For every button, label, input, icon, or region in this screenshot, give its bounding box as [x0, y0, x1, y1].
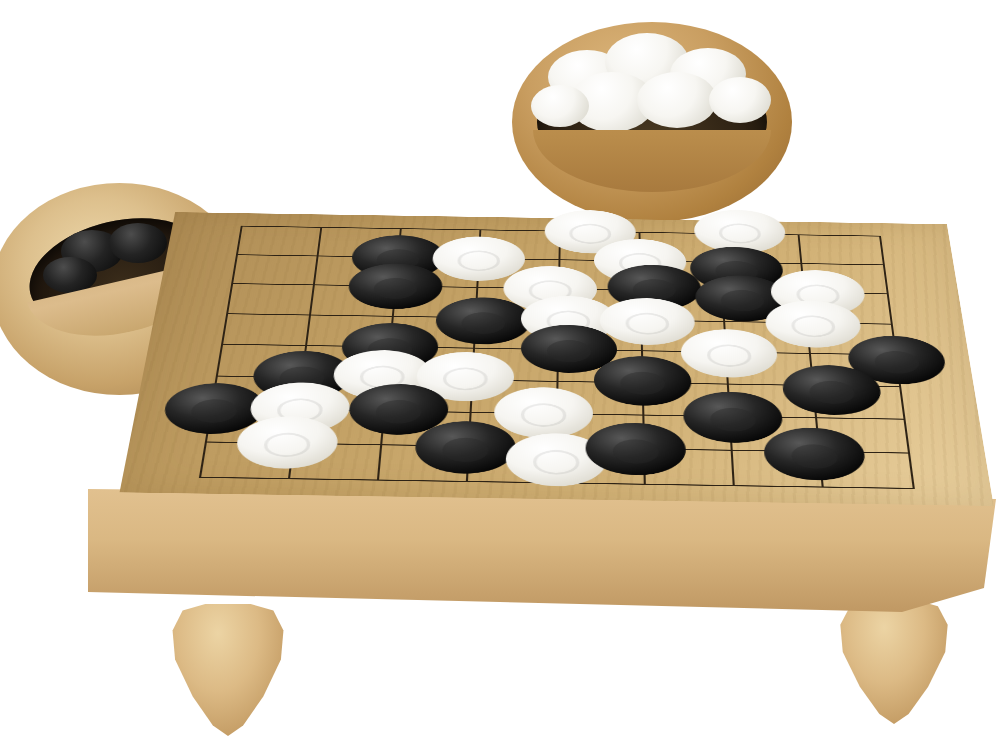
- grid-cell: [382, 412, 471, 447]
- grid-cell: [379, 445, 470, 481]
- grid-cell: [820, 452, 912, 488]
- white-stone[interactable]: ○: [247, 368, 352, 420]
- grid-cell: [814, 386, 904, 420]
- board-perspective-wrapper: ○○●○○●●○●●○●○○○●●○●●○○●●●○●○●○●○●●: [0, 0, 1000, 740]
- white-stone[interactable]: ○: [431, 222, 526, 267]
- grid-cell: [644, 383, 731, 417]
- board-surface: ○○●○○●●○●●○●○○○●●○●●○○●●●○●○●○●○●●: [120, 212, 994, 506]
- goban: ○○●○○●●○●●○●○○○●●○●●○○●●●○●○●○●○●●: [145, 64, 974, 637]
- grid-cell: [295, 410, 386, 445]
- grid-cell: [817, 418, 908, 453]
- black-stone[interactable]: ●: [847, 321, 950, 371]
- stones-layer: ○○●○○●●○●●○●○○○●●○●●○○●●●○●○●○●○●●: [120, 212, 994, 506]
- grid-cell: [218, 345, 307, 378]
- grid-cell: [733, 451, 824, 487]
- white-stone[interactable]: ○: [505, 418, 607, 472]
- black-stone[interactable]: ●: [250, 336, 354, 386]
- grid-cell: [385, 379, 473, 413]
- grid-cell: [299, 378, 388, 412]
- grid-cell: [557, 414, 645, 449]
- black-stone[interactable]: ●: [763, 413, 868, 467]
- grid-cell: [731, 417, 821, 452]
- grid-cell: [207, 409, 299, 444]
- black-stone[interactable]: ●: [347, 369, 450, 421]
- grid-cell: [645, 449, 735, 485]
- go-scene: ○○●○○●●○●●○●○○○●●○●●○○●●●○●○●○●○●●: [0, 0, 1000, 740]
- white-stone[interactable]: ○: [544, 196, 636, 240]
- white-stone[interactable]: ○: [694, 196, 788, 240]
- white-stone[interactable]: ○: [770, 256, 868, 303]
- grid-cell: [729, 384, 817, 418]
- grid-cell: [557, 448, 646, 484]
- grid-cell: [470, 413, 558, 448]
- grid-cell: [558, 382, 644, 416]
- grid-cell: [201, 442, 294, 478]
- black-stone[interactable]: ●: [683, 377, 785, 429]
- white-stone[interactable]: ○: [493, 373, 593, 425]
- black-stone[interactable]: ●: [586, 408, 687, 462]
- grid-cell: [472, 380, 559, 414]
- black-stone[interactable]: ●: [349, 221, 445, 266]
- grid-cell: [212, 376, 303, 410]
- grid-cell: [644, 416, 732, 451]
- grid-cell: [290, 444, 382, 480]
- grid-cell: [468, 446, 557, 482]
- white-stone[interactable]: ○: [233, 401, 340, 454]
- black-stone[interactable]: ●: [160, 368, 267, 420]
- black-stone[interactable]: ●: [413, 406, 516, 460]
- board-3d-plane: ○○●○○●●○●●○●○○○●●○●●○○●●●○●○●○●○●●: [120, 212, 994, 506]
